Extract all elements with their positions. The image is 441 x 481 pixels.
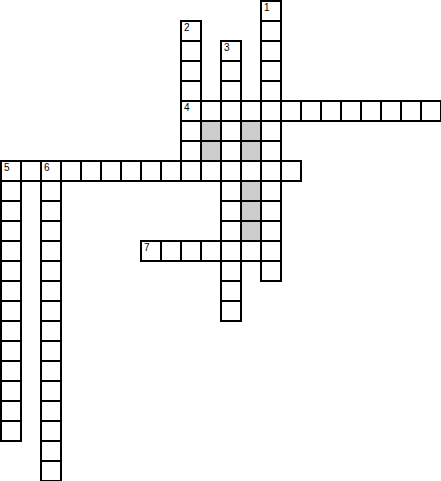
crossword-cell[interactable]: [100, 160, 122, 182]
crossword-cell[interactable]: [40, 280, 62, 302]
crossword-cell[interactable]: [220, 200, 242, 222]
crossword-cell[interactable]: [180, 140, 202, 162]
crossword-cell[interactable]: [120, 160, 142, 182]
crossword-cell-shaded: [240, 220, 262, 242]
crossword-cell-shaded: [200, 140, 222, 162]
crossword-cell[interactable]: [40, 240, 62, 262]
crossword-cell-shaded: [240, 140, 262, 162]
crossword-cell[interactable]: [0, 400, 22, 422]
crossword-cell[interactable]: [40, 180, 62, 202]
crossword-cell[interactable]: [260, 160, 282, 182]
crossword-cell[interactable]: [40, 440, 62, 462]
crossword-cell[interactable]: 2: [180, 20, 202, 42]
crossword-cell[interactable]: [260, 120, 282, 142]
clue-number: 7: [144, 242, 150, 253]
crossword-cell[interactable]: [220, 180, 242, 202]
clue-number: 5: [4, 162, 10, 173]
crossword-cell[interactable]: [220, 160, 242, 182]
crossword-cell[interactable]: [240, 100, 262, 122]
crossword-cell[interactable]: [0, 360, 22, 382]
crossword-cell[interactable]: [160, 240, 182, 262]
crossword-cell[interactable]: 4: [180, 100, 202, 122]
crossword-cell[interactable]: [320, 100, 342, 122]
clue-number: 6: [44, 162, 50, 173]
crossword-cell[interactable]: [40, 340, 62, 362]
clue-number: 3: [224, 42, 230, 53]
crossword-cell[interactable]: [200, 100, 222, 122]
crossword-cell[interactable]: [260, 240, 282, 262]
crossword-cell[interactable]: [220, 140, 242, 162]
crossword-cell[interactable]: [280, 100, 302, 122]
crossword-cell[interactable]: [400, 100, 422, 122]
crossword-cell[interactable]: [180, 120, 202, 142]
crossword-cell[interactable]: [40, 460, 62, 481]
crossword-cell[interactable]: [220, 100, 242, 122]
crossword-cell[interactable]: [340, 100, 362, 122]
crossword-cell[interactable]: [240, 160, 262, 182]
crossword-cell[interactable]: [220, 120, 242, 142]
crossword-cell[interactable]: [260, 200, 282, 222]
crossword-cell[interactable]: [0, 220, 22, 242]
crossword-cell[interactable]: [180, 40, 202, 62]
crossword-cell[interactable]: [180, 60, 202, 82]
crossword-cell[interactable]: [180, 80, 202, 102]
crossword-cell[interactable]: [200, 240, 222, 262]
clue-number: 4: [184, 102, 190, 113]
crossword-cell[interactable]: 1: [260, 0, 282, 22]
crossword-cell[interactable]: [220, 260, 242, 282]
crossword-cell[interactable]: [60, 160, 82, 182]
crossword-cell[interactable]: 5: [0, 160, 22, 182]
crossword-cell[interactable]: [220, 80, 242, 102]
crossword-cell[interactable]: [40, 380, 62, 402]
crossword-cell[interactable]: [260, 60, 282, 82]
crossword-cell[interactable]: [260, 180, 282, 202]
crossword-cell[interactable]: [260, 220, 282, 242]
crossword-cell[interactable]: [140, 160, 162, 182]
crossword-cell[interactable]: [360, 100, 382, 122]
crossword-cell[interactable]: [220, 220, 242, 242]
crossword-cell[interactable]: [220, 60, 242, 82]
crossword-cell[interactable]: [40, 220, 62, 242]
crossword-cell[interactable]: [80, 160, 102, 182]
crossword-cell[interactable]: [260, 140, 282, 162]
crossword-cell[interactable]: [280, 160, 302, 182]
crossword-cell[interactable]: [180, 160, 202, 182]
crossword-cell[interactable]: [40, 420, 62, 442]
crossword-cell[interactable]: [300, 100, 322, 122]
crossword-cell[interactable]: [0, 280, 22, 302]
crossword-cell[interactable]: [0, 200, 22, 222]
crossword-cell[interactable]: [260, 260, 282, 282]
crossword-cell[interactable]: [200, 160, 222, 182]
crossword-cell[interactable]: [240, 240, 262, 262]
crossword-cell[interactable]: 6: [40, 160, 62, 182]
crossword-cell[interactable]: [220, 300, 242, 322]
crossword-cell[interactable]: [260, 40, 282, 62]
crossword-cell[interactable]: [0, 340, 22, 362]
crossword-cell-shaded: [200, 120, 222, 142]
crossword-cell-shaded: [240, 120, 262, 142]
crossword-cell-shaded: [240, 180, 262, 202]
crossword-cell[interactable]: [220, 280, 242, 302]
crossword-cell-shaded: [240, 200, 262, 222]
crossword-cell[interactable]: [260, 20, 282, 42]
crossword-cell[interactable]: [40, 260, 62, 282]
clue-number: 2: [184, 22, 190, 33]
clue-number: 1: [264, 2, 270, 13]
crossword-cell[interactable]: [0, 260, 22, 282]
crossword-cell[interactable]: 7: [140, 240, 162, 262]
crossword-cell[interactable]: [40, 300, 62, 322]
crossword-cell[interactable]: [40, 400, 62, 422]
crossword-cell[interactable]: [0, 320, 22, 342]
crossword-cell[interactable]: [20, 160, 42, 182]
crossword-cell[interactable]: [220, 240, 242, 262]
crossword-cell[interactable]: 3: [220, 40, 242, 62]
crossword-cell[interactable]: [260, 100, 282, 122]
crossword-board: 1234567: [0, 0, 441, 481]
crossword-cell[interactable]: [0, 420, 22, 442]
crossword-cell[interactable]: [0, 380, 22, 402]
crossword-cell[interactable]: [0, 240, 22, 262]
crossword-cell[interactable]: [40, 320, 62, 342]
crossword-cell[interactable]: [160, 160, 182, 182]
crossword-cell[interactable]: [40, 200, 62, 222]
crossword-cell[interactable]: [40, 360, 62, 382]
crossword-cell[interactable]: [420, 100, 441, 122]
crossword-cell[interactable]: [0, 300, 22, 322]
crossword-cell[interactable]: [180, 240, 202, 262]
crossword-cell[interactable]: [380, 100, 402, 122]
crossword-cell[interactable]: [260, 80, 282, 102]
crossword-cell[interactable]: [0, 180, 22, 202]
